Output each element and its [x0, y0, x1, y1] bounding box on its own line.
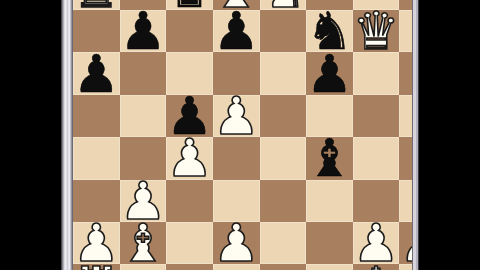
square-e5: [260, 95, 307, 137]
square-a4: [73, 137, 120, 179]
square-c4: ♟: [166, 137, 213, 179]
square-c8: ♚: [166, 0, 213, 10]
square-f2: [306, 222, 353, 264]
square-g1: ♚: [353, 264, 400, 270]
square-e2: [260, 222, 307, 264]
square-b6: [120, 52, 167, 94]
square-d1: [213, 264, 260, 270]
black-pawn: ♟: [120, 13, 167, 49]
square-a1: ♜: [73, 264, 120, 270]
chess-board: ♜♚♝♞♟♟♞♛♟♟♟♟♟♝♟♟♝♟♟♟♜♚: [61, 0, 419, 270]
white-knight: ♞: [260, 0, 307, 7]
white-rook: ♜: [73, 0, 120, 7]
black-pawn: ♟: [306, 56, 353, 92]
square-g7: ♛: [353, 10, 400, 52]
white-bishop: ♝: [120, 225, 167, 261]
square-d5: ♟: [213, 95, 260, 137]
square-a5: [73, 95, 120, 137]
square-f6: ♟: [306, 52, 353, 94]
square-b7: ♟: [120, 10, 167, 52]
square-e7: [260, 10, 307, 52]
letterbox-left-bar: [0, 0, 61, 270]
square-b5: [120, 95, 167, 137]
square-f3: [306, 180, 353, 222]
square-e6: [260, 52, 307, 94]
square-c7: [166, 10, 213, 52]
white-pawn: ♟: [213, 225, 260, 261]
white-pawn: ♟: [166, 140, 213, 176]
square-e1: [260, 264, 307, 270]
square-b2: ♝: [120, 222, 167, 264]
square-f4: ♝: [306, 137, 353, 179]
video-frame: ♜♚♝♞♟♟♞♛♟♟♟♟♟♝♟♟♝♟♟♟♜♚: [0, 0, 480, 270]
square-e8: ♞: [260, 0, 307, 10]
square-a8: ♜: [73, 0, 120, 10]
square-e3: [260, 180, 307, 222]
square-f1: [306, 264, 353, 270]
board-frame-left: [61, 0, 73, 270]
board-frame-right: [412, 0, 419, 270]
square-c2: [166, 222, 213, 264]
letterbox-right-bar: [419, 0, 480, 270]
square-e4: [260, 137, 307, 179]
white-queen: ♛: [353, 13, 400, 49]
black-king: ♚: [166, 0, 213, 7]
square-g5: [353, 95, 400, 137]
square-d2: ♟: [213, 222, 260, 264]
square-g4: [353, 137, 400, 179]
square-b1: [120, 264, 167, 270]
black-pawn: ♟: [213, 13, 260, 49]
square-a6: ♟: [73, 52, 120, 94]
black-pawn: ♟: [73, 56, 120, 92]
white-pawn: ♟: [213, 98, 260, 134]
square-c1: [166, 264, 213, 270]
square-g6: [353, 52, 400, 94]
square-d7: ♟: [213, 10, 260, 52]
chess-board-grid: ♜♚♝♞♟♟♞♛♟♟♟♟♟♝♟♟♝♟♟♟♜♚: [73, 0, 412, 270]
square-c3: [166, 180, 213, 222]
square-d4: [213, 137, 260, 179]
black-bishop: ♝: [306, 140, 353, 176]
